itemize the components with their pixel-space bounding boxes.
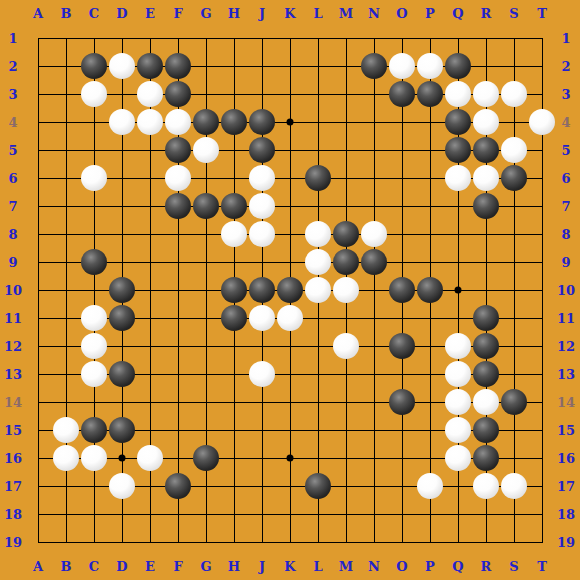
empty-intersection[interactable] xyxy=(304,24,332,52)
empty-intersection[interactable] xyxy=(192,332,220,360)
empty-intersection[interactable] xyxy=(360,80,388,108)
empty-intersection[interactable] xyxy=(360,164,388,192)
empty-intersection[interactable] xyxy=(304,416,332,444)
empty-intersection[interactable] xyxy=(500,528,528,556)
empty-intersection[interactable] xyxy=(332,528,360,556)
empty-intersection[interactable] xyxy=(24,248,52,276)
empty-intersection[interactable] xyxy=(360,332,388,360)
empty-intersection[interactable] xyxy=(192,388,220,416)
empty-intersection[interactable] xyxy=(332,108,360,136)
empty-intersection[interactable] xyxy=(332,304,360,332)
empty-intersection[interactable] xyxy=(108,80,136,108)
empty-intersection[interactable] xyxy=(24,24,52,52)
empty-intersection[interactable] xyxy=(276,388,304,416)
empty-intersection[interactable] xyxy=(136,472,164,500)
empty-intersection[interactable] xyxy=(248,80,276,108)
empty-intersection[interactable] xyxy=(360,136,388,164)
empty-intersection[interactable] xyxy=(332,136,360,164)
empty-intersection[interactable] xyxy=(416,304,444,332)
empty-intersection[interactable] xyxy=(528,416,556,444)
empty-intersection[interactable] xyxy=(164,360,192,388)
empty-intersection[interactable] xyxy=(80,192,108,220)
empty-intersection[interactable] xyxy=(276,444,304,472)
white-stone xyxy=(473,81,499,107)
empty-intersection[interactable] xyxy=(52,220,80,248)
empty-intersection[interactable] xyxy=(276,52,304,80)
empty-intersection[interactable] xyxy=(388,24,416,52)
empty-intersection[interactable] xyxy=(304,528,332,556)
empty-intersection[interactable] xyxy=(416,332,444,360)
column-label-bottom: K xyxy=(284,560,295,573)
empty-intersection[interactable] xyxy=(108,24,136,52)
empty-intersection[interactable] xyxy=(136,220,164,248)
row-label-left: 14 xyxy=(4,396,22,409)
empty-intersection[interactable] xyxy=(192,80,220,108)
empty-intersection[interactable] xyxy=(500,500,528,528)
empty-intersection[interactable] xyxy=(136,24,164,52)
empty-intersection[interactable] xyxy=(472,220,500,248)
empty-intersection[interactable] xyxy=(360,500,388,528)
empty-intersection[interactable] xyxy=(472,500,500,528)
row-label-left: 1 xyxy=(8,32,17,45)
black-stone xyxy=(109,361,135,387)
empty-intersection[interactable] xyxy=(220,52,248,80)
empty-intersection[interactable] xyxy=(500,304,528,332)
empty-intersection[interactable] xyxy=(332,500,360,528)
empty-intersection[interactable] xyxy=(276,80,304,108)
empty-intersection[interactable] xyxy=(220,24,248,52)
empty-intersection[interactable] xyxy=(220,80,248,108)
column-label-top: R xyxy=(481,7,492,20)
empty-intersection[interactable] xyxy=(192,304,220,332)
empty-intersection[interactable] xyxy=(500,332,528,360)
empty-intersection[interactable] xyxy=(80,108,108,136)
white-stone xyxy=(445,445,471,471)
empty-intersection[interactable] xyxy=(80,500,108,528)
empty-intersection[interactable] xyxy=(136,388,164,416)
empty-intersection[interactable] xyxy=(164,248,192,276)
empty-intersection[interactable] xyxy=(388,500,416,528)
empty-intersection[interactable] xyxy=(220,528,248,556)
empty-intersection[interactable] xyxy=(220,248,248,276)
empty-intersection[interactable] xyxy=(136,528,164,556)
empty-intersection[interactable] xyxy=(276,360,304,388)
empty-intersection[interactable] xyxy=(136,304,164,332)
empty-intersection[interactable] xyxy=(276,332,304,360)
empty-intersection[interactable] xyxy=(388,472,416,500)
empty-intersection[interactable] xyxy=(52,500,80,528)
black-stone xyxy=(389,81,415,107)
empty-intersection[interactable] xyxy=(388,220,416,248)
goban[interactable]: AABBCCDDEEFFGGHHJJKKLLMMNNOOPPQQRRSSTT11… xyxy=(0,0,580,580)
empty-intersection[interactable] xyxy=(528,192,556,220)
empty-intersection[interactable] xyxy=(220,416,248,444)
empty-intersection[interactable] xyxy=(276,136,304,164)
empty-intersection[interactable] xyxy=(220,500,248,528)
empty-intersection[interactable] xyxy=(108,136,136,164)
empty-intersection[interactable] xyxy=(472,248,500,276)
empty-intersection[interactable] xyxy=(248,444,276,472)
black-stone xyxy=(137,53,163,79)
empty-intersection[interactable] xyxy=(52,52,80,80)
empty-intersection[interactable] xyxy=(24,332,52,360)
empty-intersection[interactable] xyxy=(332,164,360,192)
row-label-left: 3 xyxy=(8,88,17,101)
empty-intersection[interactable] xyxy=(24,136,52,164)
empty-intersection[interactable] xyxy=(220,360,248,388)
column-label-bottom: O xyxy=(396,560,407,573)
empty-intersection[interactable] xyxy=(24,500,52,528)
empty-intersection[interactable] xyxy=(444,528,472,556)
row-label-left: 9 xyxy=(8,256,17,269)
empty-intersection[interactable] xyxy=(108,248,136,276)
empty-intersection[interactable] xyxy=(444,248,472,276)
empty-intersection[interactable] xyxy=(360,416,388,444)
empty-intersection[interactable] xyxy=(360,108,388,136)
empty-intersection[interactable] xyxy=(220,444,248,472)
empty-intersection[interactable] xyxy=(80,136,108,164)
empty-intersection[interactable] xyxy=(416,192,444,220)
empty-intersection[interactable] xyxy=(444,500,472,528)
black-stone xyxy=(221,305,247,331)
empty-intersection[interactable] xyxy=(444,304,472,332)
empty-intersection[interactable] xyxy=(192,52,220,80)
empty-intersection[interactable] xyxy=(52,192,80,220)
empty-intersection[interactable] xyxy=(276,500,304,528)
white-stone xyxy=(333,277,359,303)
empty-intersection[interactable] xyxy=(332,472,360,500)
empty-intersection[interactable] xyxy=(360,276,388,304)
white-stone xyxy=(81,445,107,471)
empty-intersection[interactable] xyxy=(304,360,332,388)
empty-intersection[interactable] xyxy=(528,248,556,276)
empty-intersection[interactable] xyxy=(528,276,556,304)
empty-intersection[interactable] xyxy=(332,416,360,444)
empty-intersection[interactable] xyxy=(248,472,276,500)
empty-intersection[interactable] xyxy=(80,472,108,500)
empty-intersection[interactable] xyxy=(528,304,556,332)
empty-intersection[interactable] xyxy=(304,304,332,332)
white-stone xyxy=(81,165,107,191)
empty-intersection[interactable] xyxy=(416,360,444,388)
empty-intersection[interactable] xyxy=(528,472,556,500)
empty-intersection[interactable] xyxy=(276,192,304,220)
empty-intersection[interactable] xyxy=(192,528,220,556)
empty-intersection[interactable] xyxy=(416,108,444,136)
empty-intersection[interactable] xyxy=(248,500,276,528)
empty-intersection[interactable] xyxy=(52,24,80,52)
empty-intersection[interactable] xyxy=(24,164,52,192)
empty-intersection[interactable] xyxy=(164,500,192,528)
column-label-top: M xyxy=(339,7,353,20)
empty-intersection[interactable] xyxy=(24,528,52,556)
empty-intersection[interactable] xyxy=(52,360,80,388)
empty-intersection[interactable] xyxy=(108,192,136,220)
empty-intersection[interactable] xyxy=(24,220,52,248)
empty-intersection[interactable] xyxy=(360,360,388,388)
empty-intersection[interactable] xyxy=(416,220,444,248)
black-stone xyxy=(193,445,219,471)
empty-intersection[interactable] xyxy=(164,220,192,248)
empty-intersection[interactable] xyxy=(108,220,136,248)
empty-intersection[interactable] xyxy=(276,24,304,52)
black-stone xyxy=(249,109,275,135)
empty-intersection[interactable] xyxy=(24,80,52,108)
empty-intersection[interactable] xyxy=(24,52,52,80)
empty-intersection[interactable] xyxy=(192,164,220,192)
empty-intersection[interactable] xyxy=(80,220,108,248)
empty-intersection[interactable] xyxy=(444,472,472,500)
empty-intersection[interactable] xyxy=(472,24,500,52)
empty-intersection[interactable] xyxy=(192,472,220,500)
empty-intersection[interactable] xyxy=(248,528,276,556)
empty-intersection[interactable] xyxy=(136,192,164,220)
empty-intersection[interactable] xyxy=(500,360,528,388)
empty-intersection[interactable] xyxy=(500,24,528,52)
empty-intersection[interactable] xyxy=(52,248,80,276)
empty-intersection[interactable] xyxy=(52,164,80,192)
empty-intersection[interactable] xyxy=(360,388,388,416)
empty-intersection[interactable] xyxy=(276,108,304,136)
empty-intersection[interactable] xyxy=(304,80,332,108)
empty-intersection[interactable] xyxy=(136,164,164,192)
empty-intersection[interactable] xyxy=(360,528,388,556)
empty-intersection[interactable] xyxy=(472,276,500,304)
row-label-right: 9 xyxy=(561,256,570,269)
empty-intersection[interactable] xyxy=(248,248,276,276)
empty-intersection[interactable] xyxy=(52,136,80,164)
empty-intersection[interactable] xyxy=(304,192,332,220)
empty-intersection[interactable] xyxy=(192,24,220,52)
empty-intersection[interactable] xyxy=(80,528,108,556)
empty-intersection[interactable] xyxy=(416,500,444,528)
empty-intersection[interactable] xyxy=(416,136,444,164)
empty-intersection[interactable] xyxy=(500,248,528,276)
empty-intersection[interactable] xyxy=(108,500,136,528)
empty-intersection[interactable] xyxy=(528,136,556,164)
empty-intersection[interactable] xyxy=(192,220,220,248)
empty-intersection[interactable] xyxy=(108,444,136,472)
empty-intersection[interactable] xyxy=(276,248,304,276)
empty-intersection[interactable] xyxy=(248,24,276,52)
row-label-right: 14 xyxy=(557,396,575,409)
empty-intersection[interactable] xyxy=(52,388,80,416)
empty-intersection[interactable] xyxy=(388,192,416,220)
empty-intersection[interactable] xyxy=(416,416,444,444)
empty-intersection[interactable] xyxy=(528,444,556,472)
row-label-left: 16 xyxy=(4,452,22,465)
empty-intersection[interactable] xyxy=(304,388,332,416)
empty-intersection[interactable] xyxy=(528,388,556,416)
black-stone xyxy=(473,361,499,387)
empty-intersection[interactable] xyxy=(136,416,164,444)
empty-intersection[interactable] xyxy=(52,472,80,500)
empty-intersection[interactable] xyxy=(52,528,80,556)
empty-intersection[interactable] xyxy=(388,360,416,388)
empty-intersection[interactable] xyxy=(416,528,444,556)
empty-intersection[interactable] xyxy=(500,52,528,80)
empty-intersection[interactable] xyxy=(164,528,192,556)
empty-intersection[interactable] xyxy=(388,108,416,136)
black-stone xyxy=(305,473,331,499)
empty-intersection[interactable] xyxy=(220,472,248,500)
row-label-right: 4 xyxy=(561,116,570,129)
empty-intersection[interactable] xyxy=(24,192,52,220)
empty-intersection[interactable] xyxy=(500,416,528,444)
empty-intersection[interactable] xyxy=(248,416,276,444)
empty-intersection[interactable] xyxy=(220,164,248,192)
row-label-right: 10 xyxy=(557,284,575,297)
empty-intersection[interactable] xyxy=(24,276,52,304)
row-label-left: 17 xyxy=(4,480,22,493)
empty-intersection[interactable] xyxy=(192,416,220,444)
empty-intersection[interactable] xyxy=(472,52,500,80)
empty-intersection[interactable] xyxy=(528,220,556,248)
empty-intersection[interactable] xyxy=(136,332,164,360)
empty-intersection[interactable] xyxy=(108,528,136,556)
empty-intersection[interactable] xyxy=(136,136,164,164)
empty-intersection[interactable] xyxy=(388,528,416,556)
empty-intersection[interactable] xyxy=(528,500,556,528)
empty-intersection[interactable] xyxy=(304,500,332,528)
empty-intersection[interactable] xyxy=(52,304,80,332)
empty-intersection[interactable] xyxy=(332,444,360,472)
empty-intersection[interactable] xyxy=(528,528,556,556)
empty-intersection[interactable] xyxy=(164,276,192,304)
empty-intersection[interactable] xyxy=(164,416,192,444)
empty-intersection[interactable] xyxy=(304,136,332,164)
empty-intersection[interactable] xyxy=(416,444,444,472)
empty-intersection[interactable] xyxy=(304,108,332,136)
empty-intersection[interactable] xyxy=(52,276,80,304)
empty-intersection[interactable] xyxy=(80,24,108,52)
empty-intersection[interactable] xyxy=(388,444,416,472)
empty-intersection[interactable] xyxy=(52,332,80,360)
empty-intersection[interactable] xyxy=(332,80,360,108)
empty-intersection[interactable] xyxy=(24,416,52,444)
empty-intersection[interactable] xyxy=(500,276,528,304)
empty-intersection[interactable] xyxy=(304,332,332,360)
empty-intersection[interactable] xyxy=(528,52,556,80)
empty-intersection[interactable] xyxy=(52,80,80,108)
black-stone xyxy=(389,333,415,359)
empty-intersection[interactable] xyxy=(192,276,220,304)
empty-intersection[interactable] xyxy=(24,108,52,136)
black-stone xyxy=(109,417,135,443)
empty-intersection[interactable] xyxy=(332,24,360,52)
empty-intersection[interactable] xyxy=(528,24,556,52)
empty-intersection[interactable] xyxy=(276,528,304,556)
empty-intersection[interactable] xyxy=(444,24,472,52)
empty-intersection[interactable] xyxy=(248,332,276,360)
empty-intersection[interactable] xyxy=(332,52,360,80)
empty-intersection[interactable] xyxy=(500,220,528,248)
empty-intersection[interactable] xyxy=(388,136,416,164)
empty-intersection[interactable] xyxy=(304,52,332,80)
empty-intersection[interactable] xyxy=(416,248,444,276)
empty-intersection[interactable] xyxy=(528,80,556,108)
empty-intersection[interactable] xyxy=(164,304,192,332)
black-stone xyxy=(445,137,471,163)
empty-intersection[interactable] xyxy=(416,388,444,416)
empty-intersection[interactable] xyxy=(108,388,136,416)
empty-intersection[interactable] xyxy=(388,248,416,276)
empty-intersection[interactable] xyxy=(136,248,164,276)
column-label-top: Q xyxy=(452,7,463,20)
empty-intersection[interactable] xyxy=(444,192,472,220)
empty-intersection[interactable] xyxy=(220,332,248,360)
empty-intersection[interactable] xyxy=(276,472,304,500)
empty-intersection[interactable] xyxy=(192,248,220,276)
empty-intersection[interactable] xyxy=(108,164,136,192)
empty-intersection[interactable] xyxy=(388,416,416,444)
empty-intersection[interactable] xyxy=(24,304,52,332)
empty-intersection[interactable] xyxy=(388,304,416,332)
empty-intersection[interactable] xyxy=(276,416,304,444)
empty-intersection[interactable] xyxy=(24,472,52,500)
empty-intersection[interactable] xyxy=(500,108,528,136)
empty-intersection[interactable] xyxy=(332,360,360,388)
row-label-right: 3 xyxy=(561,88,570,101)
empty-intersection[interactable] xyxy=(360,192,388,220)
empty-intersection[interactable] xyxy=(164,24,192,52)
empty-intersection[interactable] xyxy=(248,388,276,416)
empty-intersection[interactable] xyxy=(500,192,528,220)
empty-intersection[interactable] xyxy=(220,388,248,416)
empty-intersection[interactable] xyxy=(164,444,192,472)
empty-intersection[interactable] xyxy=(276,164,304,192)
empty-intersection[interactable] xyxy=(80,388,108,416)
empty-intersection[interactable] xyxy=(332,388,360,416)
empty-intersection[interactable] xyxy=(24,360,52,388)
empty-intersection[interactable] xyxy=(528,360,556,388)
empty-intersection[interactable] xyxy=(304,444,332,472)
column-label-top: S xyxy=(509,7,518,20)
empty-intersection[interactable] xyxy=(220,136,248,164)
empty-intersection[interactable] xyxy=(136,276,164,304)
empty-intersection[interactable] xyxy=(500,444,528,472)
row-label-right: 6 xyxy=(561,172,570,185)
empty-intersection[interactable] xyxy=(528,164,556,192)
empty-intersection[interactable] xyxy=(108,332,136,360)
empty-intersection[interactable] xyxy=(164,332,192,360)
empty-intersection[interactable] xyxy=(276,220,304,248)
empty-intersection[interactable] xyxy=(360,472,388,500)
empty-intersection[interactable] xyxy=(360,24,388,52)
empty-intersection[interactable] xyxy=(444,220,472,248)
empty-intersection[interactable] xyxy=(416,24,444,52)
empty-intersection[interactable] xyxy=(360,304,388,332)
empty-intersection[interactable] xyxy=(388,164,416,192)
empty-intersection[interactable] xyxy=(164,388,192,416)
empty-intersection[interactable] xyxy=(360,444,388,472)
empty-intersection[interactable] xyxy=(444,276,472,304)
empty-intersection[interactable] xyxy=(472,528,500,556)
empty-intersection[interactable] xyxy=(24,388,52,416)
empty-intersection[interactable] xyxy=(52,108,80,136)
empty-intersection[interactable] xyxy=(192,360,220,388)
empty-intersection[interactable] xyxy=(248,52,276,80)
empty-intersection[interactable] xyxy=(416,164,444,192)
empty-intersection[interactable] xyxy=(192,500,220,528)
empty-intersection[interactable] xyxy=(24,444,52,472)
empty-intersection[interactable] xyxy=(136,360,164,388)
white-stone xyxy=(361,221,387,247)
empty-intersection[interactable] xyxy=(528,332,556,360)
empty-intersection[interactable] xyxy=(332,192,360,220)
empty-intersection[interactable] xyxy=(80,276,108,304)
empty-intersection[interactable] xyxy=(136,500,164,528)
